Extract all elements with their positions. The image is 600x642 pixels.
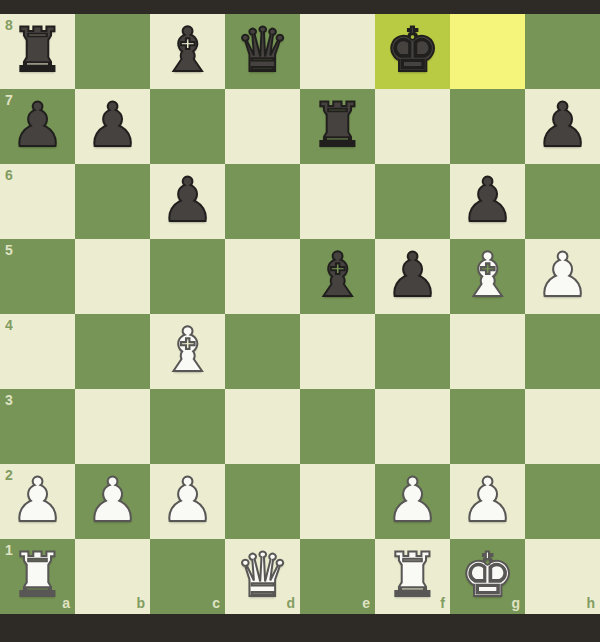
square-d2[interactable] xyxy=(225,464,300,539)
black-pawn[interactable]: ♟ xyxy=(85,87,140,162)
black-pawn[interactable]: ♟ xyxy=(535,87,590,162)
file-label-b: b xyxy=(136,596,145,610)
square-e5[interactable]: ♝ xyxy=(300,239,375,314)
square-h4[interactable] xyxy=(525,314,600,389)
square-g1[interactable]: g♚ xyxy=(450,539,525,614)
square-c1[interactable]: c xyxy=(150,539,225,614)
square-g2[interactable]: ♟ xyxy=(450,464,525,539)
square-e8[interactable] xyxy=(300,14,375,89)
square-b6[interactable] xyxy=(75,164,150,239)
square-b8[interactable] xyxy=(75,14,150,89)
square-f1[interactable]: f♜ xyxy=(375,539,450,614)
square-b2[interactable]: ♟ xyxy=(75,464,150,539)
black-queen[interactable]: ♛ xyxy=(235,12,290,87)
square-g5[interactable]: ♝ xyxy=(450,239,525,314)
white-pawn[interactable]: ♟ xyxy=(385,462,440,537)
black-bishop[interactable]: ♝ xyxy=(160,12,215,87)
square-f4[interactable] xyxy=(375,314,450,389)
square-a4[interactable]: 4 xyxy=(0,314,75,389)
square-e1[interactable]: e xyxy=(300,539,375,614)
square-c6[interactable]: ♟ xyxy=(150,164,225,239)
square-a7[interactable]: 7♟ xyxy=(0,89,75,164)
square-h8[interactable] xyxy=(525,14,600,89)
square-d7[interactable] xyxy=(225,89,300,164)
square-f8[interactable]: ♚ xyxy=(375,14,450,89)
rank-label-6: 6 xyxy=(5,168,13,182)
square-c8[interactable]: ♝ xyxy=(150,14,225,89)
square-a1[interactable]: 1a♜ xyxy=(0,539,75,614)
white-bishop[interactable]: ♝ xyxy=(460,237,515,312)
square-c3[interactable] xyxy=(150,389,225,464)
square-c2[interactable]: ♟ xyxy=(150,464,225,539)
black-rook[interactable]: ♜ xyxy=(310,87,365,162)
square-h7[interactable]: ♟ xyxy=(525,89,600,164)
square-h1[interactable]: h xyxy=(525,539,600,614)
square-g6[interactable]: ♟ xyxy=(450,164,525,239)
white-bishop[interactable]: ♝ xyxy=(160,312,215,387)
square-d3[interactable] xyxy=(225,389,300,464)
black-king[interactable]: ♚ xyxy=(385,12,440,87)
square-g8[interactable] xyxy=(450,14,525,89)
square-e6[interactable] xyxy=(300,164,375,239)
top-bar xyxy=(0,0,600,14)
square-a6[interactable]: 6 xyxy=(0,164,75,239)
square-b4[interactable] xyxy=(75,314,150,389)
square-e4[interactable] xyxy=(300,314,375,389)
white-king[interactable]: ♚ xyxy=(460,537,515,612)
black-bishop[interactable]: ♝ xyxy=(310,237,365,312)
square-d8[interactable]: ♛ xyxy=(225,14,300,89)
square-d6[interactable] xyxy=(225,164,300,239)
square-d1[interactable]: d♛ xyxy=(225,539,300,614)
square-g7[interactable] xyxy=(450,89,525,164)
square-a2[interactable]: 2♟ xyxy=(0,464,75,539)
white-pawn[interactable]: ♟ xyxy=(535,237,590,312)
black-pawn[interactable]: ♟ xyxy=(160,162,215,237)
chess-app: 8♜♝♛♚7♟♟♜♟6♟♟5♝♟♝♟4♝32♟♟♟♟♟1a♜bcd♛ef♜g♚h xyxy=(0,0,600,642)
square-f7[interactable] xyxy=(375,89,450,164)
square-c4[interactable]: ♝ xyxy=(150,314,225,389)
square-d5[interactable] xyxy=(225,239,300,314)
square-e3[interactable] xyxy=(300,389,375,464)
square-f2[interactable]: ♟ xyxy=(375,464,450,539)
square-f6[interactable] xyxy=(375,164,450,239)
white-pawn[interactable]: ♟ xyxy=(160,462,215,537)
file-label-h: h xyxy=(586,596,595,610)
square-g3[interactable] xyxy=(450,389,525,464)
square-c5[interactable] xyxy=(150,239,225,314)
black-pawn[interactable]: ♟ xyxy=(385,237,440,312)
bottom-bar xyxy=(0,614,600,642)
square-d4[interactable] xyxy=(225,314,300,389)
file-label-f: f xyxy=(440,596,445,610)
square-b3[interactable] xyxy=(75,389,150,464)
file-label-c: c xyxy=(212,596,220,610)
black-rook[interactable]: ♜ xyxy=(10,12,65,87)
square-h6[interactable] xyxy=(525,164,600,239)
black-pawn[interactable]: ♟ xyxy=(10,87,65,162)
square-e7[interactable]: ♜ xyxy=(300,89,375,164)
square-a5[interactable]: 5 xyxy=(0,239,75,314)
rank-label-5: 5 xyxy=(5,243,13,257)
white-pawn[interactable]: ♟ xyxy=(85,462,140,537)
square-h2[interactable] xyxy=(525,464,600,539)
square-b1[interactable]: b xyxy=(75,539,150,614)
square-e2[interactable] xyxy=(300,464,375,539)
white-pawn[interactable]: ♟ xyxy=(460,462,515,537)
rank-label-3: 3 xyxy=(5,393,13,407)
rank-label-4: 4 xyxy=(5,318,13,332)
white-rook[interactable]: ♜ xyxy=(385,537,440,612)
square-f3[interactable] xyxy=(375,389,450,464)
square-b7[interactable]: ♟ xyxy=(75,89,150,164)
square-a3[interactable]: 3 xyxy=(0,389,75,464)
square-f5[interactable]: ♟ xyxy=(375,239,450,314)
chess-board: 8♜♝♛♚7♟♟♜♟6♟♟5♝♟♝♟4♝32♟♟♟♟♟1a♜bcd♛ef♜g♚h xyxy=(0,14,600,614)
white-rook[interactable]: ♜ xyxy=(10,537,65,612)
file-label-e: e xyxy=(362,596,370,610)
square-g4[interactable] xyxy=(450,314,525,389)
square-a8[interactable]: 8♜ xyxy=(0,14,75,89)
square-h5[interactable]: ♟ xyxy=(525,239,600,314)
white-queen[interactable]: ♛ xyxy=(235,537,290,612)
square-c7[interactable] xyxy=(150,89,225,164)
white-pawn[interactable]: ♟ xyxy=(10,462,65,537)
black-pawn[interactable]: ♟ xyxy=(460,162,515,237)
square-b5[interactable] xyxy=(75,239,150,314)
square-h3[interactable] xyxy=(525,389,600,464)
